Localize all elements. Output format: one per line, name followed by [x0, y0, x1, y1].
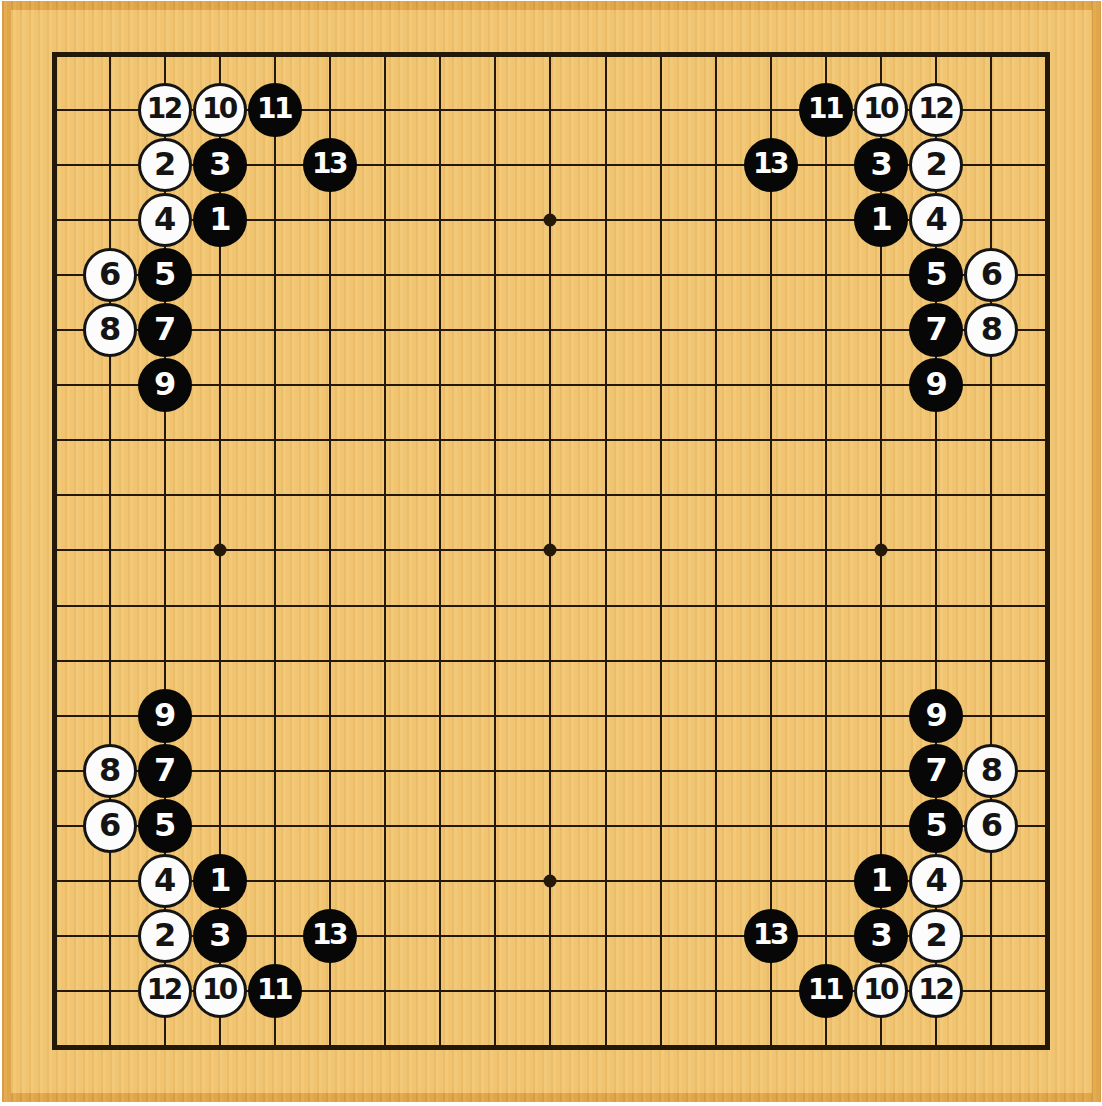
intersection[interactable] [854, 468, 909, 523]
intersection[interactable] [358, 798, 413, 853]
intersection[interactable] [523, 578, 578, 633]
intersection[interactable] [247, 358, 302, 413]
intersection[interactable] [743, 303, 798, 358]
intersection[interactable] [1019, 358, 1074, 413]
intersection[interactable] [303, 854, 358, 909]
intersection[interactable] [82, 578, 137, 633]
intersection[interactable] [137, 27, 192, 82]
intersection[interactable] [854, 247, 909, 302]
intersection[interactable] [358, 358, 413, 413]
intersection[interactable] [192, 27, 247, 82]
intersection[interactable]: 2 [909, 137, 964, 192]
intersection[interactable] [82, 137, 137, 192]
intersection[interactable] [798, 633, 853, 688]
intersection[interactable]: 5 [137, 798, 192, 853]
intersection[interactable] [192, 247, 247, 302]
intersection[interactable] [468, 192, 523, 247]
intersection[interactable] [578, 523, 633, 578]
intersection[interactable] [633, 1019, 688, 1074]
intersection[interactable] [82, 633, 137, 688]
intersection[interactable]: 6 [964, 798, 1019, 853]
intersection[interactable] [633, 303, 688, 358]
intersection[interactable] [578, 82, 633, 137]
intersection[interactable] [27, 1019, 82, 1074]
intersection[interactable] [523, 247, 578, 302]
intersection[interactable] [468, 743, 523, 798]
intersection[interactable] [1019, 27, 1074, 82]
intersection[interactable] [743, 798, 798, 853]
intersection[interactable]: 4 [137, 192, 192, 247]
intersection[interactable]: 6 [964, 247, 1019, 302]
intersection[interactable] [854, 413, 909, 468]
intersection[interactable] [578, 854, 633, 909]
intersection[interactable] [633, 82, 688, 137]
intersection[interactable] [358, 523, 413, 578]
intersection[interactable] [192, 523, 247, 578]
intersection[interactable] [523, 27, 578, 82]
intersection[interactable] [964, 854, 1019, 909]
intersection[interactable] [1019, 1019, 1074, 1074]
intersection[interactable] [688, 909, 743, 964]
intersection[interactable] [523, 192, 578, 247]
intersection[interactable]: 7 [137, 743, 192, 798]
intersection[interactable] [1019, 468, 1074, 523]
intersection[interactable] [633, 358, 688, 413]
intersection[interactable]: 9 [137, 358, 192, 413]
intersection[interactable] [358, 688, 413, 743]
intersection[interactable] [468, 798, 523, 853]
intersection[interactable] [743, 688, 798, 743]
intersection[interactable] [854, 358, 909, 413]
intersection[interactable] [82, 413, 137, 468]
intersection[interactable] [303, 358, 358, 413]
intersection[interactable]: 8 [964, 303, 1019, 358]
intersection[interactable] [468, 1019, 523, 1074]
intersection[interactable]: 10 [854, 82, 909, 137]
intersection[interactable]: 2 [137, 137, 192, 192]
intersection[interactable]: 12 [137, 964, 192, 1019]
intersection[interactable] [413, 358, 468, 413]
intersection[interactable] [247, 854, 302, 909]
intersection[interactable] [523, 82, 578, 137]
intersection[interactable] [633, 137, 688, 192]
intersection[interactable] [523, 1019, 578, 1074]
intersection[interactable] [303, 578, 358, 633]
intersection[interactable] [1019, 523, 1074, 578]
intersection[interactable] [413, 743, 468, 798]
intersection[interactable] [413, 137, 468, 192]
intersection[interactable] [468, 633, 523, 688]
intersection[interactable] [1019, 743, 1074, 798]
intersection[interactable] [27, 633, 82, 688]
intersection[interactable] [303, 247, 358, 302]
intersection[interactable] [468, 358, 523, 413]
intersection[interactable] [964, 358, 1019, 413]
intersection[interactable] [192, 468, 247, 523]
intersection[interactable] [303, 82, 358, 137]
intersection[interactable]: 7 [909, 743, 964, 798]
intersection[interactable] [137, 413, 192, 468]
intersection[interactable] [523, 854, 578, 909]
intersection[interactable] [192, 633, 247, 688]
intersection[interactable] [468, 688, 523, 743]
intersection[interactable] [798, 798, 853, 853]
intersection[interactable] [964, 633, 1019, 688]
intersection[interactable]: 13 [743, 909, 798, 964]
intersection[interactable] [964, 27, 1019, 82]
intersection[interactable] [413, 27, 468, 82]
intersection[interactable] [854, 303, 909, 358]
intersection[interactable] [358, 964, 413, 1019]
intersection[interactable] [247, 1019, 302, 1074]
intersection[interactable]: 5 [909, 798, 964, 853]
intersection[interactable] [137, 1019, 192, 1074]
intersection[interactable]: 1 [854, 854, 909, 909]
intersection[interactable] [82, 192, 137, 247]
intersection[interactable] [82, 358, 137, 413]
intersection[interactable] [303, 688, 358, 743]
intersection[interactable] [688, 743, 743, 798]
intersection[interactable] [27, 192, 82, 247]
intersection[interactable]: 11 [798, 82, 853, 137]
intersection[interactable]: 10 [192, 964, 247, 1019]
intersection[interactable] [964, 468, 1019, 523]
intersection[interactable] [578, 303, 633, 358]
intersection[interactable] [358, 633, 413, 688]
intersection[interactable] [964, 909, 1019, 964]
intersection[interactable] [743, 523, 798, 578]
intersection[interactable] [743, 358, 798, 413]
intersection[interactable]: 12 [909, 82, 964, 137]
intersection[interactable] [964, 688, 1019, 743]
intersection[interactable] [137, 468, 192, 523]
intersection[interactable] [578, 578, 633, 633]
intersection[interactable] [964, 1019, 1019, 1074]
intersection[interactable] [1019, 964, 1074, 1019]
intersection[interactable] [247, 688, 302, 743]
intersection[interactable] [247, 798, 302, 853]
intersection[interactable] [27, 247, 82, 302]
intersection[interactable] [468, 413, 523, 468]
intersection[interactable] [523, 798, 578, 853]
intersection[interactable] [633, 192, 688, 247]
intersection[interactable] [798, 27, 853, 82]
intersection[interactable]: 1 [192, 192, 247, 247]
intersection[interactable] [798, 578, 853, 633]
intersection[interactable] [798, 303, 853, 358]
intersection[interactable] [27, 137, 82, 192]
intersection[interactable] [192, 743, 247, 798]
intersection[interactable]: 11 [247, 964, 302, 1019]
intersection[interactable] [247, 523, 302, 578]
intersection[interactable] [523, 413, 578, 468]
intersection[interactable] [909, 578, 964, 633]
intersection[interactable] [688, 523, 743, 578]
intersection[interactable] [798, 137, 853, 192]
intersection[interactable] [413, 633, 468, 688]
intersection[interactable] [688, 247, 743, 302]
intersection[interactable] [743, 578, 798, 633]
intersection[interactable]: 9 [909, 358, 964, 413]
intersection[interactable] [633, 743, 688, 798]
intersection[interactable] [247, 137, 302, 192]
intersection[interactable]: 12 [909, 964, 964, 1019]
intersection[interactable] [909, 523, 964, 578]
intersection[interactable] [909, 413, 964, 468]
intersection[interactable] [578, 909, 633, 964]
intersection[interactable] [523, 964, 578, 1019]
intersection[interactable]: 6 [82, 247, 137, 302]
intersection[interactable]: 9 [909, 688, 964, 743]
intersection[interactable] [1019, 247, 1074, 302]
intersection[interactable]: 12 [137, 82, 192, 137]
intersection[interactable] [358, 743, 413, 798]
intersection[interactable] [247, 247, 302, 302]
intersection[interactable] [247, 909, 302, 964]
intersection[interactable] [358, 247, 413, 302]
intersection[interactable] [413, 1019, 468, 1074]
intersection[interactable] [27, 468, 82, 523]
intersection[interactable] [964, 82, 1019, 137]
intersection[interactable] [358, 468, 413, 523]
intersection[interactable] [303, 523, 358, 578]
intersection[interactable] [578, 413, 633, 468]
intersection[interactable] [413, 854, 468, 909]
intersection[interactable] [192, 358, 247, 413]
intersection[interactable] [468, 523, 523, 578]
intersection[interactable] [633, 909, 688, 964]
intersection[interactable] [633, 468, 688, 523]
intersection[interactable] [192, 578, 247, 633]
intersection[interactable] [688, 1019, 743, 1074]
intersection[interactable] [688, 468, 743, 523]
intersection[interactable] [743, 743, 798, 798]
intersection[interactable] [578, 688, 633, 743]
intersection[interactable] [82, 964, 137, 1019]
intersection[interactable] [137, 523, 192, 578]
intersection[interactable] [27, 743, 82, 798]
intersection[interactable]: 3 [192, 137, 247, 192]
intersection[interactable] [358, 854, 413, 909]
intersection[interactable] [303, 1019, 358, 1074]
intersection[interactable] [27, 909, 82, 964]
intersection[interactable] [413, 798, 468, 853]
intersection[interactable] [27, 578, 82, 633]
intersection[interactable] [247, 633, 302, 688]
intersection[interactable] [1019, 192, 1074, 247]
intersection[interactable]: 6 [82, 798, 137, 853]
intersection[interactable]: 8 [82, 303, 137, 358]
intersection[interactable] [192, 1019, 247, 1074]
intersection[interactable] [578, 247, 633, 302]
intersection[interactable] [27, 27, 82, 82]
intersection[interactable] [82, 82, 137, 137]
intersection[interactable] [854, 743, 909, 798]
intersection[interactable] [303, 798, 358, 853]
intersection[interactable]: 1 [192, 854, 247, 909]
intersection[interactable]: 13 [743, 137, 798, 192]
intersection[interactable] [413, 523, 468, 578]
intersection[interactable] [468, 303, 523, 358]
intersection[interactable] [27, 82, 82, 137]
intersection[interactable] [1019, 303, 1074, 358]
intersection[interactable] [303, 964, 358, 1019]
intersection[interactable] [578, 1019, 633, 1074]
intersection[interactable]: 3 [192, 909, 247, 964]
intersection[interactable] [743, 1019, 798, 1074]
intersection[interactable] [909, 633, 964, 688]
intersection[interactable]: 8 [82, 743, 137, 798]
intersection[interactable] [633, 27, 688, 82]
intersection[interactable] [27, 798, 82, 853]
intersection[interactable] [468, 137, 523, 192]
intersection[interactable] [358, 303, 413, 358]
intersection[interactable] [743, 854, 798, 909]
intersection[interactable] [192, 413, 247, 468]
intersection[interactable] [909, 1019, 964, 1074]
intersection[interactable] [468, 909, 523, 964]
intersection[interactable] [854, 523, 909, 578]
intersection[interactable] [523, 743, 578, 798]
intersection[interactable] [578, 358, 633, 413]
intersection[interactable] [27, 358, 82, 413]
intersection[interactable]: 10 [854, 964, 909, 1019]
intersection[interactable]: 11 [247, 82, 302, 137]
intersection[interactable] [523, 137, 578, 192]
intersection[interactable] [1019, 578, 1074, 633]
intersection[interactable] [688, 137, 743, 192]
intersection[interactable] [798, 358, 853, 413]
intersection[interactable] [468, 27, 523, 82]
intersection[interactable]: 13 [303, 137, 358, 192]
intersection[interactable] [854, 27, 909, 82]
intersection[interactable] [743, 964, 798, 1019]
intersection[interactable] [798, 192, 853, 247]
intersection[interactable] [27, 413, 82, 468]
intersection[interactable] [192, 688, 247, 743]
intersection[interactable] [413, 303, 468, 358]
intersection[interactable] [247, 468, 302, 523]
intersection[interactable] [964, 413, 1019, 468]
intersection[interactable] [82, 1019, 137, 1074]
intersection[interactable] [1019, 798, 1074, 853]
intersection[interactable] [798, 247, 853, 302]
intersection[interactable] [633, 798, 688, 853]
intersection[interactable] [413, 468, 468, 523]
intersection[interactable] [743, 468, 798, 523]
intersection[interactable]: 5 [909, 247, 964, 302]
intersection[interactable] [247, 27, 302, 82]
intersection[interactable] [468, 964, 523, 1019]
intersection[interactable] [578, 137, 633, 192]
intersection[interactable]: 7 [909, 303, 964, 358]
intersection[interactable] [854, 688, 909, 743]
intersection[interactable] [964, 523, 1019, 578]
intersection[interactable] [964, 192, 1019, 247]
intersection[interactable] [413, 82, 468, 137]
intersection[interactable] [964, 137, 1019, 192]
intersection[interactable]: 2 [909, 909, 964, 964]
intersection[interactable] [633, 247, 688, 302]
intersection[interactable] [358, 413, 413, 468]
intersection[interactable] [578, 633, 633, 688]
intersection[interactable] [523, 303, 578, 358]
intersection[interactable] [688, 854, 743, 909]
intersection[interactable]: 2 [137, 909, 192, 964]
intersection[interactable] [247, 303, 302, 358]
intersection[interactable] [633, 578, 688, 633]
intersection[interactable] [688, 964, 743, 1019]
intersection[interactable] [303, 633, 358, 688]
intersection[interactable] [468, 578, 523, 633]
intersection[interactable] [798, 854, 853, 909]
intersection[interactable] [578, 964, 633, 1019]
intersection[interactable] [688, 82, 743, 137]
intersection[interactable] [523, 633, 578, 688]
intersection[interactable]: 13 [303, 909, 358, 964]
intersection[interactable] [303, 192, 358, 247]
intersection[interactable] [633, 413, 688, 468]
intersection[interactable] [358, 1019, 413, 1074]
intersection[interactable]: 8 [964, 743, 1019, 798]
intersection[interactable] [82, 854, 137, 909]
intersection[interactable] [578, 192, 633, 247]
intersection[interactable]: 4 [909, 192, 964, 247]
intersection[interactable] [27, 523, 82, 578]
intersection[interactable] [413, 688, 468, 743]
intersection[interactable] [137, 578, 192, 633]
intersection[interactable] [688, 27, 743, 82]
intersection[interactable] [468, 82, 523, 137]
intersection[interactable] [27, 964, 82, 1019]
intersection[interactable] [743, 82, 798, 137]
intersection[interactable] [688, 688, 743, 743]
intersection[interactable] [137, 633, 192, 688]
intersection[interactable] [854, 578, 909, 633]
intersection[interactable] [82, 688, 137, 743]
intersection[interactable] [964, 964, 1019, 1019]
intersection[interactable] [578, 468, 633, 523]
intersection[interactable] [82, 27, 137, 82]
intersection[interactable] [798, 523, 853, 578]
intersection[interactable] [688, 358, 743, 413]
intersection[interactable]: 10 [192, 82, 247, 137]
intersection[interactable] [303, 413, 358, 468]
intersection[interactable] [358, 192, 413, 247]
intersection[interactable] [192, 798, 247, 853]
intersection[interactable] [688, 303, 743, 358]
intersection[interactable] [358, 27, 413, 82]
intersection[interactable] [688, 578, 743, 633]
intersection[interactable] [909, 468, 964, 523]
intersection[interactable] [523, 468, 578, 523]
intersection[interactable] [964, 578, 1019, 633]
intersection[interactable] [798, 1019, 853, 1074]
intersection[interactable] [82, 523, 137, 578]
intersection[interactable] [633, 523, 688, 578]
intersection[interactable] [688, 633, 743, 688]
intersection[interactable] [743, 192, 798, 247]
intersection[interactable] [688, 798, 743, 853]
intersection[interactable] [1019, 137, 1074, 192]
intersection[interactable] [247, 578, 302, 633]
intersection[interactable] [854, 633, 909, 688]
intersection[interactable]: 9 [137, 688, 192, 743]
intersection[interactable] [633, 633, 688, 688]
intersection[interactable] [578, 798, 633, 853]
intersection[interactable] [743, 27, 798, 82]
intersection[interactable] [82, 468, 137, 523]
